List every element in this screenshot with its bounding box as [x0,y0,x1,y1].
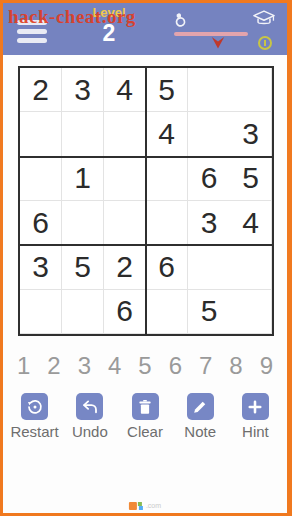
tool-hint: Hint [228,393,283,440]
cell-r3c4[interactable] [146,157,188,201]
cell-r6c1[interactable] [20,290,62,334]
cell-r1c4[interactable]: 5 [146,68,188,112]
menu-icon [17,38,47,43]
numpad-4[interactable]: 4 [108,353,121,379]
tool-undo: Undo [62,393,117,440]
note-label: Note [184,423,216,440]
cell-r5c6[interactable] [230,245,272,289]
numpad-5[interactable]: 5 [138,353,151,379]
watermark-footer-text: .com [146,502,161,510]
app-window: hack-cheat.org Level 2 [0,0,292,516]
menu-button[interactable] [17,20,47,43]
hint-label: Hint [242,423,269,440]
numpad-1[interactable]: 1 [17,353,30,379]
cell-r1c2[interactable]: 3 [62,68,104,112]
cell-r4c5[interactable]: 3 [188,201,230,245]
numpad-3[interactable]: 3 [78,353,91,379]
graduation-cap-icon [253,9,275,26]
numpad-6[interactable]: 6 [169,353,182,379]
cell-r6c5[interactable]: 5 [188,290,230,334]
cell-r1c6[interactable] [230,68,272,112]
cell-r3c5[interactable]: 6 [188,157,230,201]
undo-icon [81,398,99,416]
cell-r5c3[interactable]: 2 [104,245,146,289]
undo-label: Undo [72,423,108,440]
undo-button[interactable] [76,393,103,420]
clear-label: Clear [127,423,163,440]
footer-watermark: .com [129,502,161,510]
numpad-9[interactable]: 9 [260,353,273,379]
top-bar: Level 2 [3,3,287,55]
cell-r4c2[interactable] [62,201,104,245]
watermark-orange-square [129,502,137,510]
tool-note: Note [173,393,228,440]
box-divider-horizontal [20,244,272,246]
cell-r2c3[interactable] [104,112,146,156]
box-divider-horizontal [20,156,272,158]
cell-r4c1[interactable]: 6 [20,201,62,245]
cell-r3c3[interactable] [104,157,146,201]
menu-icon [17,29,47,34]
sudoku-board: 234543165634352665 [18,66,274,336]
info-icon[interactable] [258,36,272,50]
cell-r6c2[interactable] [62,290,104,334]
cell-r2c2[interactable] [62,112,104,156]
restart-button[interactable] [21,393,48,420]
cell-r5c1[interactable]: 3 [20,245,62,289]
progress-marker-icon [211,36,225,49]
cell-r3c2[interactable]: 1 [62,157,104,201]
cell-r2c5[interactable] [188,112,230,156]
level-value: 2 [79,20,139,46]
cell-r1c5[interactable] [188,68,230,112]
menu-icon [17,20,47,25]
toolbar: Restart Undo Clear [3,393,287,440]
cell-r2c4[interactable]: 4 [146,112,188,156]
watermark-blue-square [139,506,143,510]
cell-r6c4[interactable] [146,290,188,334]
number-pad: 123456789 [17,353,273,379]
note-button[interactable] [187,393,214,420]
numpad-7[interactable]: 7 [199,353,212,379]
cell-r2c6[interactable]: 3 [230,112,272,156]
hint-button[interactable] [242,393,269,420]
cell-r3c1[interactable] [20,157,62,201]
cell-r4c4[interactable] [146,201,188,245]
numpad-2[interactable]: 2 [47,353,60,379]
cell-r2c1[interactable] [20,112,62,156]
cell-r1c1[interactable]: 2 [20,68,62,112]
plus-icon [246,398,264,416]
cell-r5c5[interactable] [188,245,230,289]
cell-r1c3[interactable]: 4 [104,68,146,112]
cell-r6c6[interactable] [230,290,272,334]
cell-r3c6[interactable]: 5 [230,157,272,201]
baby-pacifier-icon [173,11,187,28]
tool-clear: Clear [117,393,172,440]
difficulty-progress [171,3,279,55]
cell-r4c3[interactable] [104,201,146,245]
cell-r6c3[interactable]: 6 [104,290,146,334]
trash-icon [136,398,154,416]
box-divider-vertical [145,68,147,334]
pencil-icon [191,398,209,416]
restart-icon [26,398,44,416]
info-bar [264,40,266,46]
numpad-8[interactable]: 8 [229,353,242,379]
clear-button[interactable] [132,393,159,420]
cell-r4c6[interactable]: 4 [230,201,272,245]
level-indicator: Level 2 [79,6,139,46]
restart-label: Restart [10,423,58,440]
cell-r5c4[interactable]: 6 [146,245,188,289]
level-label: Level [79,6,139,20]
tool-restart: Restart [7,393,62,440]
cell-r5c2[interactable]: 5 [62,245,104,289]
